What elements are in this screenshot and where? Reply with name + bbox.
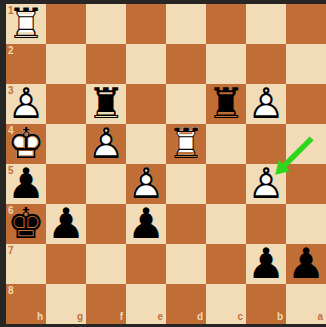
piece-black-pawn[interactable]: ♟︎	[286, 244, 326, 284]
square-c3[interactable]: ♜︎	[206, 84, 246, 124]
piece-white-rook[interactable]: ♖︎	[6, 4, 46, 44]
square-f6[interactable]	[86, 204, 126, 244]
piece-white-king-fill: ♚︎	[6, 124, 46, 164]
square-d7[interactable]	[166, 244, 206, 284]
piece-white-rook-fill: ♜︎	[166, 124, 206, 164]
square-d3[interactable]	[166, 84, 206, 124]
square-c6[interactable]	[206, 204, 246, 244]
file-label-c: c	[237, 312, 243, 322]
rank-label-5: 5	[8, 166, 14, 176]
piece-white-pawn-fill: ♟︎	[126, 164, 166, 204]
square-c5[interactable]	[206, 164, 246, 204]
square-h4[interactable]: 4♚︎♔︎	[6, 124, 46, 164]
square-c4[interactable]	[206, 124, 246, 164]
piece-white-pawn-fill: ♟︎	[86, 124, 126, 164]
file-label-d: d	[197, 312, 203, 322]
square-c7[interactable]	[206, 244, 246, 284]
square-a2[interactable]	[286, 44, 326, 84]
piece-black-pawn[interactable]: ♟︎	[126, 204, 166, 244]
square-d8[interactable]: d	[166, 284, 206, 324]
square-h1[interactable]: 1♜︎♖︎	[6, 4, 46, 44]
rank-label-3: 3	[8, 86, 14, 96]
square-f5[interactable]	[86, 164, 126, 204]
square-b7[interactable]: ♟︎	[246, 244, 286, 284]
piece-black-pawn[interactable]: ♟︎	[6, 164, 46, 204]
square-b2[interactable]	[246, 44, 286, 84]
square-b6[interactable]	[246, 204, 286, 244]
square-a1[interactable]	[286, 4, 326, 44]
rank-label-8: 8	[8, 286, 14, 296]
square-f8[interactable]: f	[86, 284, 126, 324]
square-a5[interactable]	[286, 164, 326, 204]
square-e3[interactable]	[126, 84, 166, 124]
piece-white-pawn[interactable]: ♙︎	[246, 84, 286, 124]
square-a3[interactable]	[286, 84, 326, 124]
piece-white-pawn[interactable]: ♙︎	[246, 164, 286, 204]
rank-label-2: 2	[8, 46, 14, 56]
rank-label-4: 4	[8, 126, 14, 136]
file-label-f: f	[120, 312, 123, 322]
square-c2[interactable]	[206, 44, 246, 84]
square-d2[interactable]	[166, 44, 206, 84]
square-e2[interactable]	[126, 44, 166, 84]
piece-black-rook[interactable]: ♜︎	[86, 84, 126, 124]
file-label-e: e	[157, 312, 163, 322]
square-a8[interactable]: a	[286, 284, 326, 324]
piece-white-rook-fill: ♜︎	[6, 4, 46, 44]
square-g8[interactable]: g	[46, 284, 86, 324]
chess-board[interactable]: 1♜︎♖︎23♟︎♙︎♜︎♜︎♟︎♙︎4♚︎♔︎♟︎♙︎♜︎♖︎5♟︎♟︎♙︎♟…	[6, 4, 326, 324]
square-a7[interactable]: ♟︎	[286, 244, 326, 284]
square-g6[interactable]: ♟︎	[46, 204, 86, 244]
square-h2[interactable]: 2	[6, 44, 46, 84]
rank-label-6: 6	[8, 206, 14, 216]
square-b5[interactable]: ♟︎♙︎	[246, 164, 286, 204]
piece-white-pawn-fill: ♟︎	[6, 84, 46, 124]
square-f2[interactable]	[86, 44, 126, 84]
piece-white-rook[interactable]: ♖︎	[166, 124, 206, 164]
piece-black-king[interactable]: ♚︎	[6, 204, 46, 244]
piece-black-rook[interactable]: ♜︎	[206, 84, 246, 124]
square-b3[interactable]: ♟︎♙︎	[246, 84, 286, 124]
piece-black-pawn[interactable]: ♟︎	[246, 244, 286, 284]
square-b1[interactable]	[246, 4, 286, 44]
square-f1[interactable]	[86, 4, 126, 44]
square-e1[interactable]	[126, 4, 166, 44]
square-c8[interactable]: c	[206, 284, 246, 324]
square-c1[interactable]	[206, 4, 246, 44]
piece-white-pawn-fill: ♟︎	[246, 84, 286, 124]
square-g1[interactable]	[46, 4, 86, 44]
piece-white-pawn-fill: ♟︎	[246, 164, 286, 204]
file-label-h: h	[37, 312, 43, 322]
file-label-a: a	[317, 312, 323, 322]
square-d5[interactable]	[166, 164, 206, 204]
square-a4[interactable]	[286, 124, 326, 164]
square-h7[interactable]: 7	[6, 244, 46, 284]
square-g3[interactable]	[46, 84, 86, 124]
square-g7[interactable]	[46, 244, 86, 284]
piece-white-pawn[interactable]: ♙︎	[126, 164, 166, 204]
square-h6[interactable]: 6♚︎	[6, 204, 46, 244]
square-d1[interactable]	[166, 4, 206, 44]
square-d4[interactable]: ♜︎♖︎	[166, 124, 206, 164]
piece-white-king[interactable]: ♔︎	[6, 124, 46, 164]
square-b8[interactable]: b	[246, 284, 286, 324]
chess-board-frame: 1♜︎♖︎23♟︎♙︎♜︎♜︎♟︎♙︎4♚︎♔︎♟︎♙︎♜︎♖︎5♟︎♟︎♙︎♟…	[0, 0, 326, 327]
square-e6[interactable]: ♟︎	[126, 204, 166, 244]
square-e4[interactable]	[126, 124, 166, 164]
rank-label-1: 1	[8, 6, 14, 16]
square-h5[interactable]: 5♟︎	[6, 164, 46, 204]
square-f4[interactable]: ♟︎♙︎	[86, 124, 126, 164]
square-e5[interactable]: ♟︎♙︎	[126, 164, 166, 204]
square-g4[interactable]	[46, 124, 86, 164]
file-label-g: g	[77, 312, 83, 322]
piece-white-pawn[interactable]: ♙︎	[86, 124, 126, 164]
square-g2[interactable]	[46, 44, 86, 84]
square-a6[interactable]	[286, 204, 326, 244]
square-b4[interactable]	[246, 124, 286, 164]
rank-label-7: 7	[8, 246, 14, 256]
square-h8[interactable]: 8h	[6, 284, 46, 324]
square-f3[interactable]: ♜︎	[86, 84, 126, 124]
file-label-b: b	[277, 312, 283, 322]
square-e8[interactable]: e	[126, 284, 166, 324]
square-g5[interactable]	[46, 164, 86, 204]
square-e7[interactable]	[126, 244, 166, 284]
piece-white-pawn[interactable]: ♙︎	[6, 84, 46, 124]
square-h3[interactable]: 3♟︎♙︎	[6, 84, 46, 124]
square-f7[interactable]	[86, 244, 126, 284]
square-d6[interactable]	[166, 204, 206, 244]
piece-black-pawn[interactable]: ♟︎	[46, 204, 86, 244]
